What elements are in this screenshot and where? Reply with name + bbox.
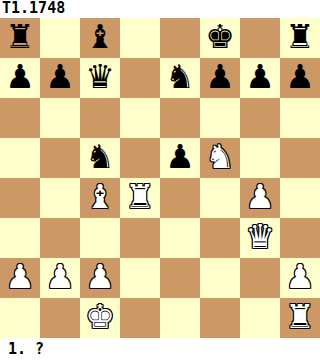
white-pawn[interactable]: ♟	[5, 257, 35, 297]
black-pawn[interactable]: ♟	[45, 57, 75, 97]
square-b6[interactable]	[40, 98, 80, 138]
square-f6[interactable]	[200, 98, 240, 138]
black-queen[interactable]: ♛	[85, 57, 115, 97]
puzzle-id-label: T1.1748	[0, 0, 320, 18]
square-g2[interactable]	[240, 258, 280, 298]
square-g7[interactable]: ♟	[240, 58, 280, 98]
white-bishop[interactable]: ♝	[85, 177, 115, 217]
square-e3[interactable]	[160, 218, 200, 258]
square-e7[interactable]: ♞	[160, 58, 200, 98]
square-a8[interactable]: ♜	[0, 18, 40, 58]
white-pawn[interactable]: ♟	[45, 257, 75, 297]
black-knight[interactable]: ♞	[85, 137, 115, 177]
square-c1[interactable]: ♚	[80, 298, 120, 338]
square-d4[interactable]: ♜	[120, 178, 160, 218]
square-d3[interactable]	[120, 218, 160, 258]
square-h3[interactable]	[280, 218, 320, 258]
square-e2[interactable]	[160, 258, 200, 298]
square-c7[interactable]: ♛	[80, 58, 120, 98]
square-f3[interactable]	[200, 218, 240, 258]
square-h2[interactable]: ♟	[280, 258, 320, 298]
black-pawn[interactable]: ♟	[165, 137, 195, 177]
square-h1[interactable]: ♜	[280, 298, 320, 338]
square-e5[interactable]: ♟	[160, 138, 200, 178]
square-c4[interactable]: ♝	[80, 178, 120, 218]
square-a4[interactable]	[0, 178, 40, 218]
white-pawn[interactable]: ♟	[85, 257, 115, 297]
square-g5[interactable]	[240, 138, 280, 178]
square-g1[interactable]	[240, 298, 280, 338]
square-h7[interactable]: ♟	[280, 58, 320, 98]
square-g4[interactable]: ♟	[240, 178, 280, 218]
black-rook[interactable]: ♜	[285, 17, 315, 57]
square-b4[interactable]	[40, 178, 80, 218]
chess-board: ♜♝♚♜♟♟♛♞♟♟♟♞♟♞♝♜♟♛♟♟♟♟♚♜	[0, 18, 320, 338]
square-h6[interactable]	[280, 98, 320, 138]
square-g6[interactable]	[240, 98, 280, 138]
square-a7[interactable]: ♟	[0, 58, 40, 98]
white-king[interactable]: ♚	[85, 297, 115, 337]
square-b3[interactable]	[40, 218, 80, 258]
square-f5[interactable]: ♞	[200, 138, 240, 178]
square-d7[interactable]	[120, 58, 160, 98]
square-e8[interactable]	[160, 18, 200, 58]
square-a3[interactable]	[0, 218, 40, 258]
square-d6[interactable]	[120, 98, 160, 138]
black-pawn[interactable]: ♟	[245, 57, 275, 97]
square-e4[interactable]	[160, 178, 200, 218]
square-c8[interactable]: ♝	[80, 18, 120, 58]
square-c2[interactable]: ♟	[80, 258, 120, 298]
square-a6[interactable]	[0, 98, 40, 138]
square-f1[interactable]	[200, 298, 240, 338]
square-f4[interactable]	[200, 178, 240, 218]
white-pawn[interactable]: ♟	[245, 177, 275, 217]
square-e6[interactable]	[160, 98, 200, 138]
square-c5[interactable]: ♞	[80, 138, 120, 178]
square-b2[interactable]: ♟	[40, 258, 80, 298]
square-d8[interactable]	[120, 18, 160, 58]
black-pawn[interactable]: ♟	[285, 57, 315, 97]
white-rook[interactable]: ♜	[125, 177, 155, 217]
square-b1[interactable]	[40, 298, 80, 338]
white-rook[interactable]: ♜	[285, 297, 315, 337]
square-h5[interactable]	[280, 138, 320, 178]
square-c6[interactable]	[80, 98, 120, 138]
square-a1[interactable]	[0, 298, 40, 338]
square-f2[interactable]	[200, 258, 240, 298]
square-d1[interactable]	[120, 298, 160, 338]
square-d2[interactable]	[120, 258, 160, 298]
square-b7[interactable]: ♟	[40, 58, 80, 98]
square-c3[interactable]	[80, 218, 120, 258]
square-b5[interactable]	[40, 138, 80, 178]
white-pawn[interactable]: ♟	[285, 257, 315, 297]
black-bishop[interactable]: ♝	[85, 17, 115, 57]
square-h4[interactable]	[280, 178, 320, 218]
black-pawn[interactable]: ♟	[205, 57, 235, 97]
black-king[interactable]: ♚	[205, 17, 235, 57]
black-knight[interactable]: ♞	[165, 57, 195, 97]
black-pawn[interactable]: ♟	[5, 57, 35, 97]
move-prompt-label: 1. ?	[0, 338, 320, 360]
white-knight[interactable]: ♞	[205, 137, 235, 177]
square-f8[interactable]: ♚	[200, 18, 240, 58]
square-d5[interactable]	[120, 138, 160, 178]
square-e1[interactable]	[160, 298, 200, 338]
white-queen[interactable]: ♛	[245, 217, 275, 257]
square-b8[interactable]	[40, 18, 80, 58]
black-rook[interactable]: ♜	[5, 17, 35, 57]
square-a2[interactable]: ♟	[0, 258, 40, 298]
square-g8[interactable]	[240, 18, 280, 58]
square-h8[interactable]: ♜	[280, 18, 320, 58]
square-f7[interactable]: ♟	[200, 58, 240, 98]
square-g3[interactable]: ♛	[240, 218, 280, 258]
square-a5[interactable]	[0, 138, 40, 178]
